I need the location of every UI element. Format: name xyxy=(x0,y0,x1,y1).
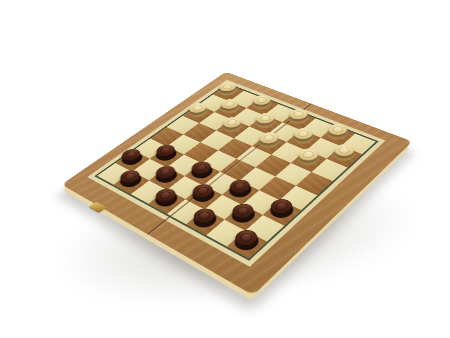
square-f5[interactable] xyxy=(256,154,291,176)
dark-piece-d3[interactable] xyxy=(187,159,215,176)
light-piece-g8[interactable] xyxy=(324,122,351,138)
product-photo-scene xyxy=(0,0,450,338)
light-piece-a8[interactable] xyxy=(216,80,240,93)
square-b1[interactable] xyxy=(114,172,149,195)
